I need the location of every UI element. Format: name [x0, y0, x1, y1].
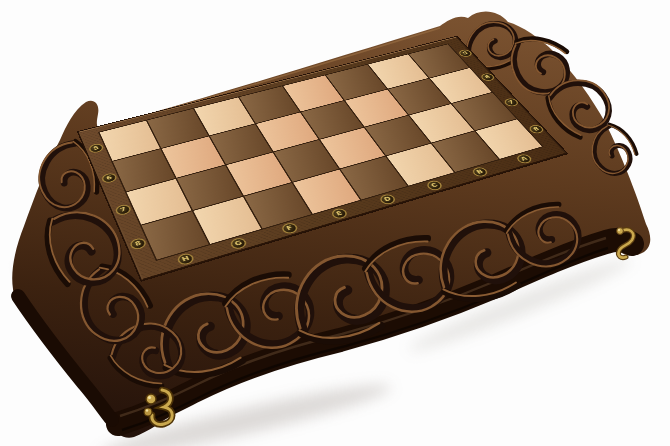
rank-stud-left-7: 7: [114, 203, 132, 216]
file-stud-a: A: [515, 153, 534, 165]
file-stud-c: C: [425, 179, 445, 191]
rank-stud-left-6: 6: [100, 172, 118, 184]
product-photo: 56785678HGFEDCBA: [0, 0, 670, 446]
rank-stud-left-5: 5: [88, 143, 105, 155]
file-stud-b: B: [470, 166, 489, 178]
rank-stud-left-8: 8: [129, 237, 148, 251]
